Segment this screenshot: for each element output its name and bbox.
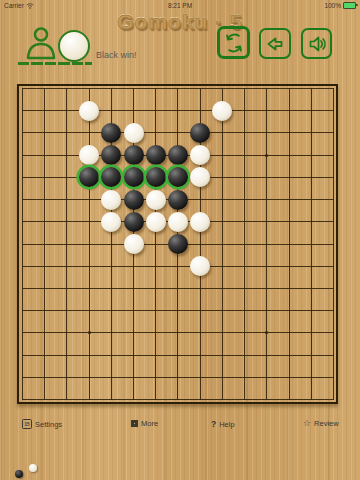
stone-black[interactable] <box>124 190 144 210</box>
stone-white[interactable] <box>101 212 121 232</box>
player-avatar-icon <box>22 26 60 62</box>
help-button[interactable]: ? Help <box>211 419 235 429</box>
undo-button[interactable] <box>259 28 291 59</box>
stone-white[interactable] <box>79 145 99 165</box>
stone-white[interactable] <box>190 212 210 232</box>
player-underline <box>18 62 92 65</box>
game-board <box>17 84 338 404</box>
stone-white[interactable] <box>190 145 210 165</box>
restart-button[interactable] <box>217 26 250 59</box>
sound-button[interactable] <box>301 28 332 59</box>
stone-black[interactable] <box>124 145 144 165</box>
stone-white[interactable] <box>168 212 188 232</box>
stone-white[interactable] <box>212 101 232 121</box>
star-icon: ☆ <box>303 419 311 428</box>
stone-white[interactable] <box>124 234 144 254</box>
stone-black[interactable] <box>190 123 210 143</box>
clock: 8:21 PM <box>168 2 192 9</box>
stone-white[interactable] <box>146 212 166 232</box>
more-grid-icon <box>131 420 138 427</box>
stone-white[interactable] <box>101 190 121 210</box>
stone-white[interactable] <box>124 123 144 143</box>
app-screen: Carrier 8:21 PM 100% Gomoku · 5 Black wi… <box>0 0 360 480</box>
stone-black[interactable] <box>146 145 166 165</box>
page-dots[interactable] <box>15 464 41 479</box>
star-point <box>88 331 91 334</box>
settings-label: Settings <box>35 420 62 429</box>
stone-white[interactable] <box>146 190 166 210</box>
stone-black[interactable] <box>79 167 99 187</box>
star-point <box>265 154 268 157</box>
battery-icon <box>343 2 356 9</box>
stone-white[interactable] <box>79 101 99 121</box>
question-mark-icon: ? <box>211 419 216 429</box>
settings-button[interactable]: 15 Settings <box>22 419 62 429</box>
board-size-icon: 15 <box>22 419 32 429</box>
stone-black[interactable] <box>146 167 166 187</box>
undo-arrow-icon <box>263 32 287 56</box>
more-label: More <box>141 419 158 428</box>
page-dot-black[interactable] <box>15 470 23 478</box>
stone-black[interactable] <box>168 190 188 210</box>
review-label: Review <box>314 419 339 428</box>
battery-percent: 100% <box>324 2 341 9</box>
stone-black[interactable] <box>101 123 121 143</box>
restart-icon <box>222 31 246 55</box>
stone-white[interactable] <box>190 167 210 187</box>
result-text: Black win! <box>96 50 137 60</box>
review-button[interactable]: ☆ Review <box>303 419 339 428</box>
wifi-icon <box>26 3 34 9</box>
page-dot-white[interactable] <box>29 464 37 472</box>
player-stone-white <box>58 30 90 62</box>
stone-black[interactable] <box>168 234 188 254</box>
stone-black[interactable] <box>124 212 144 232</box>
help-label: Help <box>219 420 234 429</box>
board-size-label: 15 <box>24 422 29 427</box>
stone-black[interactable] <box>101 167 121 187</box>
board-grid[interactable] <box>22 88 334 400</box>
stone-white[interactable] <box>190 256 210 276</box>
carrier-label: Carrier <box>4 2 24 9</box>
star-point <box>265 331 268 334</box>
more-button[interactable]: More <box>131 419 158 428</box>
stone-black[interactable] <box>168 167 188 187</box>
stone-black[interactable] <box>168 145 188 165</box>
speaker-icon <box>305 32 329 56</box>
stone-black[interactable] <box>101 145 121 165</box>
stone-black[interactable] <box>124 167 144 187</box>
